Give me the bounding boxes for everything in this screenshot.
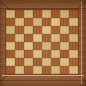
board-square[interactable] [24, 42, 33, 50]
board-square[interactable] [6, 26, 15, 34]
frame-bottom-seam [0, 80, 86, 81]
board-square[interactable] [6, 10, 15, 18]
board-square[interactable] [15, 50, 24, 58]
board-square[interactable] [42, 58, 51, 66]
board-square[interactable] [51, 26, 60, 34]
board-square[interactable] [15, 10, 24, 18]
board-square[interactable] [24, 66, 33, 74]
board-square[interactable] [6, 18, 15, 26]
board-square[interactable] [6, 34, 15, 42]
right-inlay-line [81, 2, 82, 84]
board-square[interactable] [69, 18, 78, 26]
board-square[interactable] [51, 18, 60, 26]
board-grid [6, 10, 78, 74]
board-square[interactable] [15, 26, 24, 34]
board-square[interactable] [69, 10, 78, 18]
board-square[interactable] [33, 42, 42, 50]
board-square[interactable] [51, 34, 60, 42]
frame-top-seam [0, 8, 86, 9]
board-square[interactable] [69, 26, 78, 34]
board-square[interactable] [33, 34, 42, 42]
board-square[interactable] [51, 10, 60, 18]
board-square[interactable] [33, 50, 42, 58]
board-square[interactable] [60, 10, 69, 18]
board-square[interactable] [42, 26, 51, 34]
board-square[interactable] [15, 58, 24, 66]
board-square[interactable] [42, 34, 51, 42]
board-square[interactable] [42, 42, 51, 50]
board-square[interactable] [33, 66, 42, 74]
board-square[interactable] [33, 10, 42, 18]
board-square[interactable] [24, 50, 33, 58]
board-square[interactable] [42, 18, 51, 26]
board-square[interactable] [24, 34, 33, 42]
board-square[interactable] [24, 18, 33, 26]
board-square[interactable] [42, 50, 51, 58]
board-square[interactable] [42, 66, 51, 74]
board-square[interactable] [69, 34, 78, 42]
board-square[interactable] [15, 42, 24, 50]
board-square[interactable] [6, 50, 15, 58]
board-square[interactable] [33, 18, 42, 26]
board-square[interactable] [24, 10, 33, 18]
board-square[interactable] [60, 18, 69, 26]
board-square[interactable] [51, 50, 60, 58]
bottom-inlay-line [2, 75, 84, 77]
board-square[interactable] [69, 58, 78, 66]
board-square[interactable] [51, 66, 60, 74]
board-square[interactable] [24, 26, 33, 34]
board-square[interactable] [15, 66, 24, 74]
board-square[interactable] [60, 50, 69, 58]
board-square[interactable] [51, 42, 60, 50]
board-square[interactable] [60, 58, 69, 66]
board-photo [0, 0, 86, 86]
board-square[interactable] [15, 18, 24, 26]
board-square[interactable] [6, 66, 15, 74]
board-square[interactable] [6, 42, 15, 50]
board-square[interactable] [51, 58, 60, 66]
board-square[interactable] [69, 42, 78, 50]
board-square[interactable] [15, 34, 24, 42]
board-square[interactable] [33, 26, 42, 34]
board-square[interactable] [60, 66, 69, 74]
board-square[interactable] [60, 26, 69, 34]
board-square[interactable] [42, 10, 51, 18]
board-square[interactable] [69, 50, 78, 58]
board-square[interactable] [33, 58, 42, 66]
board-square[interactable] [24, 58, 33, 66]
board-square[interactable] [60, 34, 69, 42]
board-square[interactable] [69, 66, 78, 74]
board-square[interactable] [60, 42, 69, 50]
board-square[interactable] [6, 58, 15, 66]
